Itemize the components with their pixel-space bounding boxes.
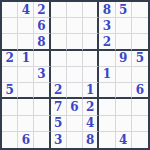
- cell-r6c2-empty[interactable]: [18, 83, 34, 99]
- cell-r6c1-given: 5: [2, 83, 18, 99]
- cell-r8c4-given: 5: [51, 116, 67, 132]
- cell-r4c7-empty[interactable]: [99, 51, 115, 67]
- cell-r3c6-empty[interactable]: [83, 34, 99, 50]
- cell-r4c9-given: 5: [132, 51, 148, 67]
- cell-r7c7-empty[interactable]: [99, 99, 115, 115]
- cell-r1c2-given: 4: [18, 2, 34, 18]
- cell-r1c8-given: 5: [116, 2, 132, 18]
- cell-r8c9-empty[interactable]: [132, 116, 148, 132]
- cell-r2c9-empty[interactable]: [132, 18, 148, 34]
- cell-r8c7-empty[interactable]: [99, 116, 115, 132]
- cell-r1c4-empty[interactable]: [51, 2, 67, 18]
- cell-r7c1-empty[interactable]: [2, 99, 18, 115]
- cell-r9c8-given: 4: [116, 132, 132, 148]
- cell-r7c2-empty[interactable]: [18, 99, 34, 115]
- cell-r1c1-empty[interactable]: [2, 2, 18, 18]
- cell-r8c8-empty[interactable]: [116, 116, 132, 132]
- cell-r3c3-given: 8: [34, 34, 50, 50]
- cell-r7c3-empty[interactable]: [34, 99, 50, 115]
- cell-r3c1-empty[interactable]: [2, 34, 18, 50]
- cell-r7c9-empty[interactable]: [132, 99, 148, 115]
- cell-r9c5-empty[interactable]: [67, 132, 83, 148]
- cell-r3c8-empty[interactable]: [116, 34, 132, 50]
- cell-r6c4-given: 2: [51, 83, 67, 99]
- cell-r3c4-empty[interactable]: [51, 34, 67, 50]
- cell-r9c2-given: 6: [18, 132, 34, 148]
- cell-r9c4-given: 3: [51, 132, 67, 148]
- cell-r6c8-empty[interactable]: [116, 83, 132, 99]
- cell-r2c7-given: 3: [99, 18, 115, 34]
- cell-r3c2-empty[interactable]: [18, 34, 34, 50]
- cell-r2c8-empty[interactable]: [116, 18, 132, 34]
- cell-r4c6-empty[interactable]: [83, 51, 99, 67]
- cell-r7c8-empty[interactable]: [116, 99, 132, 115]
- cell-r3c7-given: 2: [99, 34, 115, 50]
- cell-r4c5-empty[interactable]: [67, 51, 83, 67]
- cell-r2c6-empty[interactable]: [83, 18, 99, 34]
- cell-r5c2-empty[interactable]: [18, 67, 34, 83]
- cell-r4c4-empty[interactable]: [51, 51, 67, 67]
- cell-r4c3-empty[interactable]: [34, 51, 50, 67]
- cell-r9c7-empty[interactable]: [99, 132, 115, 148]
- cell-r5c3-given: 3: [34, 67, 50, 83]
- cell-r5c9-empty[interactable]: [132, 67, 148, 83]
- cell-r4c8-given: 9: [116, 51, 132, 67]
- sudoku-board: 428563822195315216762546384: [0, 0, 150, 150]
- cell-r9c6-given: 8: [83, 132, 99, 148]
- cell-r9c1-empty[interactable]: [2, 132, 18, 148]
- cell-r5c1-empty[interactable]: [2, 67, 18, 83]
- cell-r2c2-empty[interactable]: [18, 18, 34, 34]
- cell-r3c9-empty[interactable]: [132, 34, 148, 50]
- cell-r8c1-empty[interactable]: [2, 116, 18, 132]
- cell-r9c9-empty[interactable]: [132, 132, 148, 148]
- cell-r1c6-empty[interactable]: [83, 2, 99, 18]
- cell-r1c9-empty[interactable]: [132, 2, 148, 18]
- cell-r7c5-given: 6: [67, 99, 83, 115]
- cell-r6c5-empty[interactable]: [67, 83, 83, 99]
- cell-r3c5-empty[interactable]: [67, 34, 83, 50]
- cell-r2c1-empty[interactable]: [2, 18, 18, 34]
- cell-r8c3-empty[interactable]: [34, 116, 50, 132]
- cell-r5c4-empty[interactable]: [51, 67, 67, 83]
- cell-r1c7-given: 8: [99, 2, 115, 18]
- cell-r2c3-given: 6: [34, 18, 50, 34]
- cell-r1c5-empty[interactable]: [67, 2, 83, 18]
- cell-r2c4-empty[interactable]: [51, 18, 67, 34]
- cell-r1c3-given: 2: [34, 2, 50, 18]
- cell-r5c6-empty[interactable]: [83, 67, 99, 83]
- cell-r5c5-empty[interactable]: [67, 67, 83, 83]
- cell-r7c6-given: 2: [83, 99, 99, 115]
- cell-r6c6-given: 1: [83, 83, 99, 99]
- cell-r6c9-given: 6: [132, 83, 148, 99]
- cell-r8c2-empty[interactable]: [18, 116, 34, 132]
- cell-r7c4-given: 7: [51, 99, 67, 115]
- cell-r2c5-empty[interactable]: [67, 18, 83, 34]
- cell-r4c1-given: 2: [2, 51, 18, 67]
- cell-r9c3-empty[interactable]: [34, 132, 50, 148]
- cell-r6c3-empty[interactable]: [34, 83, 50, 99]
- cell-r6c7-empty[interactable]: [99, 83, 115, 99]
- cell-r5c7-given: 1: [99, 67, 115, 83]
- cell-r4c2-given: 1: [18, 51, 34, 67]
- cell-r8c5-empty[interactable]: [67, 116, 83, 132]
- cell-r8c6-given: 4: [83, 116, 99, 132]
- cell-r5c8-empty[interactable]: [116, 67, 132, 83]
